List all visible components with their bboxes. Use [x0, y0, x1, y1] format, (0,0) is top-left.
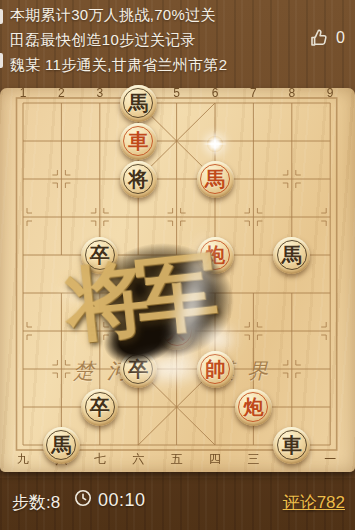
board-column-label-top: 6	[212, 86, 219, 100]
xiangqi-app-screen: 本期累计30万人挑战,70%过关 田磊最快创造10步过关记录 魏某 11步通关,…	[0, 0, 355, 530]
clock-icon	[74, 489, 92, 511]
like-button[interactable]: 0	[309, 28, 345, 48]
like-count: 0	[336, 29, 345, 47]
list-edge-tick	[0, 53, 3, 68]
board-column-label-top: 3	[96, 86, 103, 100]
puzzle-info-panel: 本期累计30万人挑战,70%过关 田磊最快创造10步过关记录 魏某 11步通关,…	[0, 0, 355, 88]
board-column-label-bottom: 七	[94, 451, 106, 468]
piece-red-horse[interactable]: 馬	[197, 161, 234, 198]
piece-red-cannon[interactable]: 炮	[235, 389, 272, 426]
board-column-label-top: 2	[58, 86, 65, 100]
board-column-label-top: 9	[327, 86, 334, 100]
xiangqi-board[interactable]: 123456789九八七六五四三二一 楚河 漢界 馬車将馬卒炮馬車兵卒帥卒炮馬車…	[0, 88, 355, 472]
challenge-stats-line: 本期累计30万人挑战,70%过关	[10, 6, 216, 25]
board-column-label-top: 8	[288, 86, 295, 100]
board-column-label-bottom: 二	[286, 451, 298, 468]
board-column-label-top: 1	[20, 86, 27, 100]
board-column-label-bottom: 八	[55, 451, 67, 468]
board-column-label-top: 5	[173, 86, 180, 100]
board-column-label-bottom: 三	[247, 451, 259, 468]
board-column-label-bottom: 一	[324, 451, 336, 468]
board-column-label-bottom: 四	[209, 451, 221, 468]
board-column-label-top: 7	[250, 86, 257, 100]
piece-red-chariot[interactable]: 車	[120, 123, 157, 160]
timer-value: 00:10	[98, 490, 146, 511]
comments-link[interactable]: 评论782	[283, 491, 345, 514]
board-column-label-bottom: 九	[17, 451, 29, 468]
record-line: 田磊最快创造10步过关记录	[10, 31, 196, 50]
board-column-label-top: 4	[135, 86, 142, 100]
piece-black-horse[interactable]: 馬	[120, 85, 157, 122]
piece-black-horse[interactable]: 馬	[43, 427, 80, 464]
step-counter: 步数:8	[12, 491, 60, 514]
piece-black-chariot[interactable]: 車	[273, 427, 310, 464]
check-splash-brush-streak	[196, 322, 240, 356]
board-column-label-bottom: 五	[171, 451, 183, 468]
river-label-right: 漢界	[213, 357, 281, 385]
piece-black-soldier[interactable]: 卒	[81, 389, 118, 426]
timer: 00:10	[74, 489, 146, 511]
thumbs-up-icon	[309, 28, 329, 48]
piece-black-general[interactable]: 将	[120, 161, 157, 198]
status-bar: 步数:8 00:10 评论782	[0, 478, 355, 530]
board-column-label-bottom: 六	[132, 451, 144, 468]
player-result-line: 魏某 11步通关,甘肃省兰州市第2	[10, 56, 227, 75]
list-edge-tick	[0, 9, 3, 24]
